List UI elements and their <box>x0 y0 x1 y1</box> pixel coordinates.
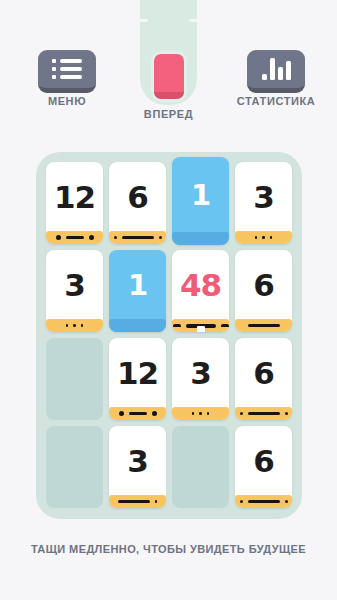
card-value: 12 <box>109 338 166 407</box>
card-value: 1 <box>109 250 166 319</box>
tab-notch-right <box>189 19 198 22</box>
cell-r3-c3: 3 <box>172 338 229 420</box>
card-face <box>109 407 166 420</box>
card-value: 6 <box>109 162 166 231</box>
menu-label: МЕНЮ <box>48 95 86 107</box>
card-6[interactable]: 6 <box>109 162 166 244</box>
cell-r2-c2: 1 <box>109 250 166 332</box>
cell-r3-c4: 6 <box>235 338 292 420</box>
card-6[interactable]: 6 <box>235 250 292 332</box>
cell-r4-c1 <box>46 426 103 508</box>
card-1[interactable]: 1 <box>172 157 229 245</box>
card-face <box>109 231 166 244</box>
cell-r1-c4: 3 <box>235 162 292 244</box>
card-6[interactable]: 6 <box>235 426 292 508</box>
card-face <box>235 407 292 420</box>
card-value: 6 <box>235 250 292 319</box>
card-face <box>172 319 229 332</box>
card-value: 6 <box>235 426 292 495</box>
card-face <box>109 319 166 332</box>
list-icon <box>52 59 82 79</box>
card-value: 3 <box>172 338 229 407</box>
hint-text: ТАЩИ МЕДЛЕННО, ЧТОБЫ УВИДЕТЬ БУДУЩЕЕ <box>0 543 337 555</box>
card-48[interactable]: 48 <box>172 250 229 332</box>
next-card-red <box>154 54 184 99</box>
card-face <box>235 495 292 508</box>
bar-chart-icon <box>262 58 291 80</box>
cell-r4-c2: 3 <box>109 426 166 508</box>
threes-game-screen: МЕНЮ ВПЕРЕД СТАТИСТИКА 1261331486123636 … <box>0 0 337 600</box>
card-face <box>109 495 166 508</box>
card-value: 6 <box>235 338 292 407</box>
cell-r3-c1 <box>46 338 103 420</box>
card-1[interactable]: 1 <box>109 250 166 332</box>
statistics-label: СТАТИСТИКА <box>237 95 316 107</box>
menu-button[interactable] <box>38 50 96 93</box>
card-12[interactable]: 12 <box>46 162 103 244</box>
statistics-button[interactable] <box>247 50 305 93</box>
card-value: 1 <box>172 157 229 232</box>
cell-r2-c4: 6 <box>235 250 292 332</box>
card-face <box>172 232 229 245</box>
card-face <box>46 231 103 244</box>
cell-r2-c1: 3 <box>46 250 103 332</box>
next-card-tab <box>140 0 197 105</box>
card-value: 12 <box>46 162 103 231</box>
cell-r4-c3 <box>172 426 229 508</box>
card-value: 3 <box>235 162 292 231</box>
card-value: 48 <box>172 250 229 319</box>
game-board[interactable]: 1261331486123636 <box>36 152 302 519</box>
card-face <box>235 319 292 332</box>
card-face <box>172 407 229 420</box>
cell-r1-c2: 6 <box>109 162 166 244</box>
card-value: 3 <box>109 426 166 495</box>
card-3[interactable]: 3 <box>46 250 103 332</box>
board-grid: 1261331486123636 <box>46 162 292 508</box>
card-12[interactable]: 12 <box>109 338 166 420</box>
tab-notch-left <box>139 19 148 22</box>
card-3[interactable]: 3 <box>172 338 229 420</box>
card-value: 3 <box>46 250 103 319</box>
cell-r3-c2: 12 <box>109 338 166 420</box>
card-face <box>46 319 103 332</box>
cell-r4-c4: 6 <box>235 426 292 508</box>
cell-r1-c3: 1 <box>172 162 229 244</box>
card-6[interactable]: 6 <box>235 338 292 420</box>
card-face <box>235 231 292 244</box>
cell-r1-c1: 12 <box>46 162 103 244</box>
cell-r2-c3: 48 <box>172 250 229 332</box>
forward-label: ВПЕРЕД <box>144 108 193 120</box>
card-3[interactable]: 3 <box>109 426 166 508</box>
card-3[interactable]: 3 <box>235 162 292 244</box>
